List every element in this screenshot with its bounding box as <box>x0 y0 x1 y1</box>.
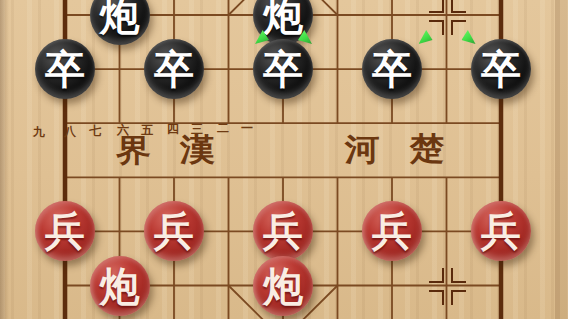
piece-black-soldier-f8r3[interactable]: 卒 <box>471 39 531 99</box>
file-number-label-0: 九 <box>33 123 45 140</box>
file-number-label-8: 一 <box>241 119 253 136</box>
piece-glyph: 卒 <box>481 49 521 89</box>
piece-glyph: 兵 <box>263 211 303 251</box>
piece-glyph: 卒 <box>154 49 194 89</box>
piece-red-cannon-f1r7[interactable]: 炮 <box>90 256 150 316</box>
river-char-3: 楚 <box>410 128 445 170</box>
piece-red-soldier-f6r6[interactable]: 兵 <box>362 201 422 261</box>
piece-red-soldier-f4r6[interactable]: 兵 <box>253 201 313 261</box>
piece-glyph: 炮 <box>263 266 303 306</box>
piece-glyph: 炮 <box>100 0 140 35</box>
piece-glyph: 兵 <box>481 211 521 251</box>
piece-red-cannon-f4r7[interactable]: 炮 <box>253 256 313 316</box>
file-number-label-1: 八 <box>64 123 76 140</box>
xiangqi-board[interactable]: 炮炮卒卒卒卒卒兵兵兵兵兵炮炮界漢河楚九八七六五四三二一 <box>0 0 568 319</box>
piece-black-soldier-f2r3[interactable]: 卒 <box>144 39 204 99</box>
piece-glyph: 炮 <box>263 0 303 35</box>
piece-glyph: 兵 <box>154 211 194 251</box>
piece-black-soldier-f0r3[interactable]: 卒 <box>35 39 95 99</box>
file-number-label-7: 二 <box>217 120 229 137</box>
piece-glyph: 兵 <box>45 211 85 251</box>
file-number-label-3: 六 <box>117 122 129 139</box>
file-number-label-4: 五 <box>141 121 153 138</box>
piece-glyph: 炮 <box>100 266 140 306</box>
piece-glyph: 卒 <box>372 49 412 89</box>
file-number-label-2: 七 <box>89 122 101 139</box>
file-number-label-6: 三 <box>191 120 203 137</box>
piece-glyph: 卒 <box>263 49 303 89</box>
piece-red-soldier-f0r6[interactable]: 兵 <box>35 201 95 261</box>
piece-black-soldier-f4r3[interactable]: 卒 <box>253 39 313 99</box>
piece-glyph: 兵 <box>372 211 412 251</box>
piece-black-soldier-f6r3[interactable]: 卒 <box>362 39 422 99</box>
piece-red-soldier-f8r6[interactable]: 兵 <box>471 201 531 261</box>
piece-red-soldier-f2r6[interactable]: 兵 <box>144 201 204 261</box>
river-char-2: 河 <box>345 129 380 171</box>
piece-glyph: 卒 <box>45 49 85 89</box>
file-number-label-5: 四 <box>167 121 179 138</box>
